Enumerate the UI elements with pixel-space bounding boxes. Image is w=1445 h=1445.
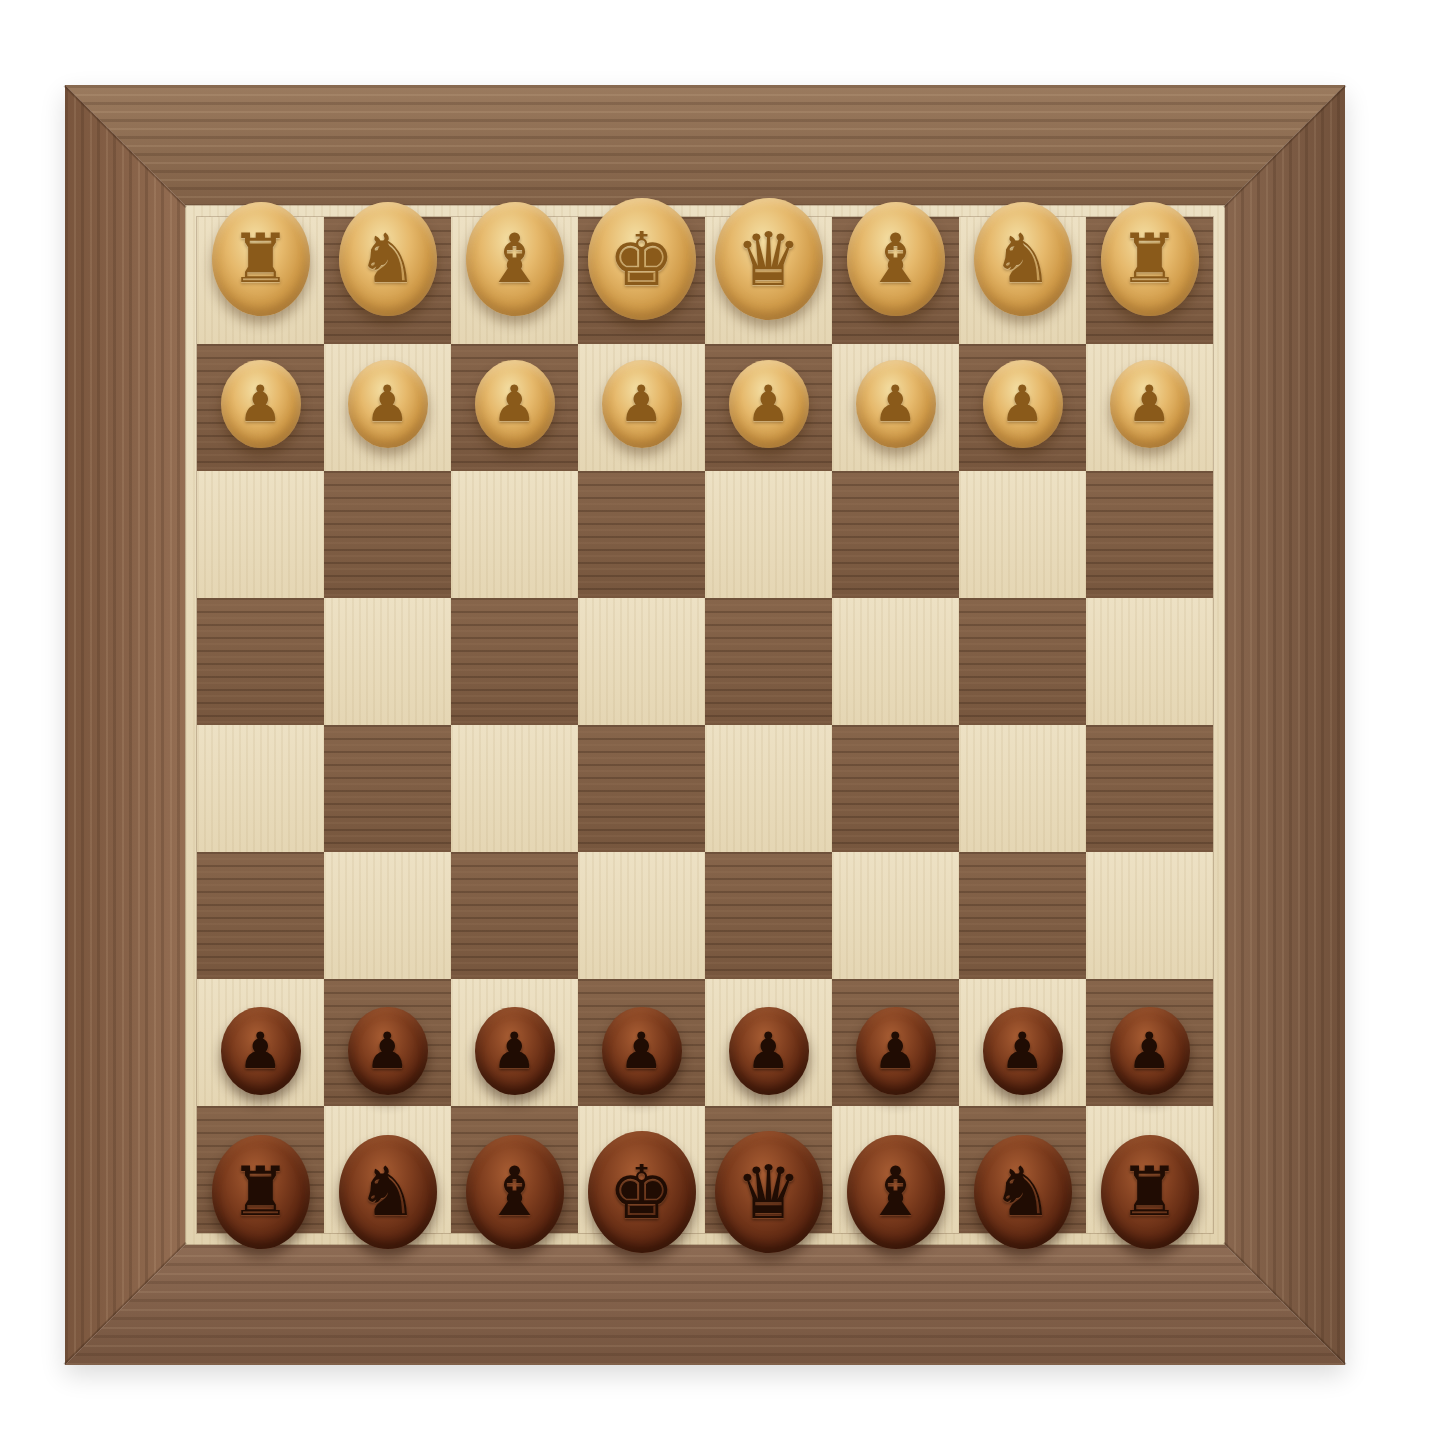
black-knight-glyph: ♞	[357, 1158, 418, 1226]
square-d5[interactable]	[705, 725, 832, 852]
square-b7[interactable]: ♟	[959, 979, 1086, 1106]
white-queen-glyph: ♛	[735, 222, 801, 296]
square-f8[interactable]: ♝	[451, 1106, 578, 1233]
black-pawn-glyph: ♟	[619, 1026, 664, 1076]
square-a7[interactable]: ♟	[1086, 979, 1213, 1106]
black-pawn-glyph: ♟	[492, 1026, 537, 1076]
black-rook-glyph: ♜	[1119, 1158, 1180, 1226]
black-pawn-glyph: ♟	[746, 1026, 791, 1076]
black-bishop-glyph: ♝	[865, 1158, 926, 1226]
black-bishop-glyph: ♝	[484, 1158, 545, 1226]
black-pawn-a7[interactable]: ♟	[1110, 1007, 1190, 1095]
square-b8[interactable]: ♞	[959, 1106, 1086, 1233]
square-h5[interactable]	[197, 725, 324, 852]
black-pawn-h7[interactable]: ♟	[221, 1007, 301, 1095]
white-pawn-glyph: ♟	[365, 379, 410, 429]
square-h8[interactable]: ♜	[197, 1106, 324, 1233]
white-queen-d1[interactable]: ♛	[715, 198, 823, 320]
square-d1[interactable]: ♛	[705, 217, 832, 344]
square-b5[interactable]	[959, 725, 1086, 852]
black-pawn-c7[interactable]: ♟	[856, 1007, 936, 1095]
square-e2[interactable]: ♟	[578, 344, 705, 471]
square-g2[interactable]: ♟	[324, 344, 451, 471]
square-a4[interactable]	[1086, 598, 1213, 725]
square-e4[interactable]	[578, 598, 705, 725]
black-pawn-g7[interactable]: ♟	[348, 1007, 428, 1095]
white-pawn-glyph: ♟	[873, 379, 918, 429]
black-knight-g8[interactable]: ♞	[339, 1135, 437, 1249]
square-d2[interactable]: ♟	[705, 344, 832, 471]
square-h4[interactable]	[197, 598, 324, 725]
square-g7[interactable]: ♟	[324, 979, 451, 1106]
white-bishop-glyph: ♝	[865, 225, 926, 293]
white-knight-b1[interactable]: ♞	[974, 202, 1072, 316]
white-rook-a1[interactable]: ♜	[1101, 202, 1199, 316]
square-a5[interactable]	[1086, 725, 1213, 852]
white-pawn-g2[interactable]: ♟	[348, 360, 428, 448]
black-king-glyph: ♚	[608, 1155, 674, 1229]
square-g8[interactable]: ♞	[324, 1106, 451, 1233]
walnut-frame-left	[65, 85, 185, 1365]
black-king-e8[interactable]: ♚	[588, 1131, 696, 1253]
white-pawn-c2[interactable]: ♟	[856, 360, 936, 448]
white-king-glyph: ♚	[608, 222, 674, 296]
white-rook-glyph: ♜	[1119, 225, 1180, 293]
square-g3[interactable]	[324, 471, 451, 598]
square-f7[interactable]: ♟	[451, 979, 578, 1106]
black-pawn-d7[interactable]: ♟	[729, 1007, 809, 1095]
black-knight-glyph: ♞	[992, 1158, 1053, 1226]
black-knight-b8[interactable]: ♞	[974, 1135, 1072, 1249]
maple-border-panel: ♜♞♝♚♛♝♞♜♟♟♟♟♟♟♟♟♟♟♟♟♟♟♟♟♜♞♝♚♛♝♞♜	[185, 205, 1225, 1245]
square-e3[interactable]	[578, 471, 705, 598]
black-queen-d8[interactable]: ♛	[715, 1131, 823, 1253]
square-g1[interactable]: ♞	[324, 217, 451, 344]
square-b3[interactable]	[959, 471, 1086, 598]
square-b1[interactable]: ♞	[959, 217, 1086, 344]
black-rook-h8[interactable]: ♜	[212, 1135, 310, 1249]
square-f3[interactable]	[451, 471, 578, 598]
black-queen-glyph: ♛	[735, 1155, 801, 1229]
white-pawn-a2[interactable]: ♟	[1110, 360, 1190, 448]
square-d6[interactable]	[705, 852, 832, 979]
white-pawn-h2[interactable]: ♟	[221, 360, 301, 448]
black-bishop-f8[interactable]: ♝	[466, 1135, 564, 1249]
black-bishop-c8[interactable]: ♝	[847, 1135, 945, 1249]
white-knight-glyph: ♞	[992, 225, 1053, 293]
square-e6[interactable]	[578, 852, 705, 979]
chess-board: ♜♞♝♚♛♝♞♜♟♟♟♟♟♟♟♟♟♟♟♟♟♟♟♟♜♞♝♚♛♝♞♜	[65, 85, 1345, 1365]
square-c7[interactable]: ♟	[832, 979, 959, 1106]
white-pawn-f2[interactable]: ♟	[475, 360, 555, 448]
square-e5[interactable]	[578, 725, 705, 852]
white-knight-g1[interactable]: ♞	[339, 202, 437, 316]
white-pawn-glyph: ♟	[492, 379, 537, 429]
product-photo-background: ♜♞♝♚♛♝♞♜♟♟♟♟♟♟♟♟♟♟♟♟♟♟♟♟♜♞♝♚♛♝♞♜	[0, 0, 1445, 1445]
board-grid: ♜♞♝♚♛♝♞♜♟♟♟♟♟♟♟♟♟♟♟♟♟♟♟♟♜♞♝♚♛♝♞♜	[197, 217, 1213, 1233]
white-pawn-d2[interactable]: ♟	[729, 360, 809, 448]
black-pawn-glyph: ♟	[238, 1026, 283, 1076]
square-a6[interactable]	[1086, 852, 1213, 979]
black-pawn-glyph: ♟	[1127, 1026, 1172, 1076]
square-h7[interactable]: ♟	[197, 979, 324, 1106]
square-h1[interactable]: ♜	[197, 217, 324, 344]
walnut-frame-bottom	[65, 1245, 1345, 1365]
square-e7[interactable]: ♟	[578, 979, 705, 1106]
square-f2[interactable]: ♟	[451, 344, 578, 471]
square-a3[interactable]	[1086, 471, 1213, 598]
square-h3[interactable]	[197, 471, 324, 598]
square-e1[interactable]: ♚	[578, 217, 705, 344]
square-a2[interactable]: ♟	[1086, 344, 1213, 471]
square-f4[interactable]	[451, 598, 578, 725]
walnut-frame-right	[1225, 85, 1345, 1365]
black-rook-glyph: ♜	[230, 1158, 291, 1226]
square-a8[interactable]: ♜	[1086, 1106, 1213, 1233]
white-pawn-b2[interactable]: ♟	[983, 360, 1063, 448]
square-f1[interactable]: ♝	[451, 217, 578, 344]
white-pawn-glyph: ♟	[619, 379, 664, 429]
square-d3[interactable]	[705, 471, 832, 598]
walnut-frame-top	[65, 85, 1345, 205]
black-rook-a8[interactable]: ♜	[1101, 1135, 1199, 1249]
square-d8[interactable]: ♛	[705, 1106, 832, 1233]
white-bishop-f1[interactable]: ♝	[466, 202, 564, 316]
square-f5[interactable]	[451, 725, 578, 852]
square-f6[interactable]	[451, 852, 578, 979]
square-g4[interactable]	[324, 598, 451, 725]
white-rook-h1[interactable]: ♜	[212, 202, 310, 316]
square-b4[interactable]	[959, 598, 1086, 725]
black-pawn-e7[interactable]: ♟	[602, 1007, 682, 1095]
square-e8[interactable]: ♚	[578, 1106, 705, 1233]
square-b6[interactable]	[959, 852, 1086, 979]
white-king-e1[interactable]: ♚	[588, 198, 696, 320]
black-pawn-glyph: ♟	[873, 1026, 918, 1076]
white-pawn-glyph: ♟	[746, 379, 791, 429]
square-c3[interactable]	[832, 471, 959, 598]
square-c2[interactable]: ♟	[832, 344, 959, 471]
square-a1[interactable]: ♜	[1086, 217, 1213, 344]
square-c4[interactable]	[832, 598, 959, 725]
square-d7[interactable]: ♟	[705, 979, 832, 1106]
square-g6[interactable]	[324, 852, 451, 979]
black-pawn-f7[interactable]: ♟	[475, 1007, 555, 1095]
black-pawn-b7[interactable]: ♟	[983, 1007, 1063, 1095]
white-pawn-glyph: ♟	[1000, 379, 1045, 429]
square-c1[interactable]: ♝	[832, 217, 959, 344]
white-bishop-c1[interactable]: ♝	[847, 202, 945, 316]
square-c8[interactable]: ♝	[832, 1106, 959, 1233]
white-knight-glyph: ♞	[357, 225, 418, 293]
square-g5[interactable]	[324, 725, 451, 852]
square-h2[interactable]: ♟	[197, 344, 324, 471]
white-pawn-glyph: ♟	[1127, 379, 1172, 429]
square-c6[interactable]	[832, 852, 959, 979]
white-rook-glyph: ♜	[230, 225, 291, 293]
square-d4[interactable]	[705, 598, 832, 725]
square-b2[interactable]: ♟	[959, 344, 1086, 471]
white-pawn-glyph: ♟	[238, 379, 283, 429]
square-c5[interactable]	[832, 725, 959, 852]
black-pawn-glyph: ♟	[1000, 1026, 1045, 1076]
square-h6[interactable]	[197, 852, 324, 979]
white-pawn-e2[interactable]: ♟	[602, 360, 682, 448]
black-pawn-glyph: ♟	[365, 1026, 410, 1076]
white-bishop-glyph: ♝	[484, 225, 545, 293]
